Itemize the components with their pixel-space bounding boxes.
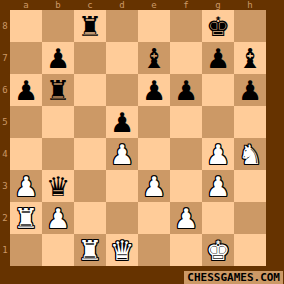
white-pawn-g3: ♟ — [206, 173, 230, 200]
chess-diagram: abcdefgh 87654321 ♜♚♟♝♟♝♟♜♟♟♟♟♟♟♞♟♛♟♟♜♟♟… — [0, 0, 284, 284]
white-pawn-a3: ♟ — [14, 173, 38, 200]
black-bishop-h7: ♝ — [238, 45, 262, 72]
square-a8[interactable] — [10, 10, 42, 42]
square-f2[interactable]: ♟ — [170, 202, 202, 234]
square-h1[interactable] — [234, 234, 266, 266]
black-rook-c8: ♜ — [78, 13, 102, 40]
file-label-b: b — [42, 0, 74, 10]
square-g3[interactable]: ♟ — [202, 170, 234, 202]
square-c8[interactable]: ♜ — [74, 10, 106, 42]
white-knight-h4: ♞ — [238, 141, 262, 168]
rank-label-2: 2 — [0, 202, 10, 234]
white-pawn-g4: ♟ — [206, 141, 230, 168]
square-h6[interactable]: ♟ — [234, 74, 266, 106]
square-h4[interactable]: ♞ — [234, 138, 266, 170]
square-g5[interactable] — [202, 106, 234, 138]
square-a1[interactable] — [10, 234, 42, 266]
square-e8[interactable] — [138, 10, 170, 42]
square-b3[interactable]: ♛ — [42, 170, 74, 202]
square-h7[interactable]: ♝ — [234, 42, 266, 74]
white-rook-c1: ♜ — [78, 237, 102, 264]
square-h5[interactable] — [234, 106, 266, 138]
rank-label-5: 5 — [0, 106, 10, 138]
square-f1[interactable] — [170, 234, 202, 266]
white-pawn-e3: ♟ — [142, 173, 166, 200]
square-a3[interactable]: ♟ — [10, 170, 42, 202]
square-e6[interactable]: ♟ — [138, 74, 170, 106]
square-h8[interactable] — [234, 10, 266, 42]
rank-label-1: 1 — [0, 234, 10, 266]
rank-label-6: 6 — [0, 74, 10, 106]
file-label-e: e — [138, 0, 170, 10]
square-g6[interactable] — [202, 74, 234, 106]
white-pawn-b2: ♟ — [46, 205, 70, 232]
rank-label-8: 8 — [0, 10, 10, 42]
file-label-f: f — [170, 0, 202, 10]
chessgames-logo-bar: CHESSGAMES.COM — [184, 271, 283, 284]
white-pawn-f2: ♟ — [174, 205, 198, 232]
square-f8[interactable] — [170, 10, 202, 42]
file-label-a: a — [10, 0, 42, 10]
square-b6[interactable]: ♜ — [42, 74, 74, 106]
black-pawn-a6: ♟ — [14, 77, 38, 104]
square-d6[interactable] — [106, 74, 138, 106]
square-g4[interactable]: ♟ — [202, 138, 234, 170]
square-a7[interactable] — [10, 42, 42, 74]
black-bishop-e7: ♝ — [142, 45, 166, 72]
black-pawn-e6: ♟ — [142, 77, 166, 104]
square-d2[interactable] — [106, 202, 138, 234]
rank-label-4: 4 — [0, 138, 10, 170]
file-label-c: c — [74, 0, 106, 10]
chessgames-logo-text: CHESSGAMES.COM — [187, 271, 280, 284]
black-pawn-g7: ♟ — [206, 45, 230, 72]
square-g2[interactable] — [202, 202, 234, 234]
square-d7[interactable] — [106, 42, 138, 74]
square-c3[interactable] — [74, 170, 106, 202]
square-e7[interactable]: ♝ — [138, 42, 170, 74]
square-f6[interactable]: ♟ — [170, 74, 202, 106]
square-e1[interactable] — [138, 234, 170, 266]
rank-label-3: 3 — [0, 170, 10, 202]
square-a5[interactable] — [10, 106, 42, 138]
square-e4[interactable] — [138, 138, 170, 170]
file-labels: abcdefgh — [10, 0, 266, 10]
white-king-g1: ♚ — [206, 237, 230, 264]
square-e3[interactable]: ♟ — [138, 170, 170, 202]
square-d1[interactable]: ♛ — [106, 234, 138, 266]
square-b5[interactable] — [42, 106, 74, 138]
square-h2[interactable] — [234, 202, 266, 234]
black-pawn-f6: ♟ — [174, 77, 198, 104]
square-a4[interactable] — [10, 138, 42, 170]
square-f4[interactable] — [170, 138, 202, 170]
black-pawn-d5: ♟ — [110, 109, 134, 136]
square-c5[interactable] — [74, 106, 106, 138]
square-c7[interactable] — [74, 42, 106, 74]
file-label-h: h — [234, 0, 266, 10]
square-d5[interactable]: ♟ — [106, 106, 138, 138]
white-rook-a2: ♜ — [14, 205, 38, 232]
square-b8[interactable] — [42, 10, 74, 42]
file-label-g: g — [202, 0, 234, 10]
square-d4[interactable]: ♟ — [106, 138, 138, 170]
black-king-g8: ♚ — [206, 13, 230, 40]
square-g8[interactable]: ♚ — [202, 10, 234, 42]
square-f7[interactable] — [170, 42, 202, 74]
square-f3[interactable] — [170, 170, 202, 202]
black-pawn-h6: ♟ — [238, 77, 262, 104]
square-a6[interactable]: ♟ — [10, 74, 42, 106]
square-b4[interactable] — [42, 138, 74, 170]
square-e5[interactable] — [138, 106, 170, 138]
black-queen-b3: ♛ — [46, 173, 70, 200]
square-c1[interactable]: ♜ — [74, 234, 106, 266]
square-d8[interactable] — [106, 10, 138, 42]
black-rook-b6: ♜ — [46, 77, 70, 104]
black-pawn-b7: ♟ — [46, 45, 70, 72]
square-e2[interactable] — [138, 202, 170, 234]
square-d3[interactable] — [106, 170, 138, 202]
square-b2[interactable]: ♟ — [42, 202, 74, 234]
square-b7[interactable]: ♟ — [42, 42, 74, 74]
square-c4[interactable] — [74, 138, 106, 170]
square-b1[interactable] — [42, 234, 74, 266]
square-c2[interactable] — [74, 202, 106, 234]
rank-labels: 87654321 — [0, 10, 10, 266]
square-c6[interactable] — [74, 74, 106, 106]
white-pawn-d4: ♟ — [110, 141, 134, 168]
square-f5[interactable] — [170, 106, 202, 138]
square-a2[interactable]: ♜ — [10, 202, 42, 234]
file-label-d: d — [106, 0, 138, 10]
white-queen-d1: ♛ — [110, 237, 134, 264]
square-g1[interactable]: ♚ — [202, 234, 234, 266]
rank-label-7: 7 — [0, 42, 10, 74]
square-h3[interactable] — [234, 170, 266, 202]
board: ♜♚♟♝♟♝♟♜♟♟♟♟♟♟♞♟♛♟♟♜♟♟♜♛♚ — [10, 10, 266, 266]
square-g7[interactable]: ♟ — [202, 42, 234, 74]
